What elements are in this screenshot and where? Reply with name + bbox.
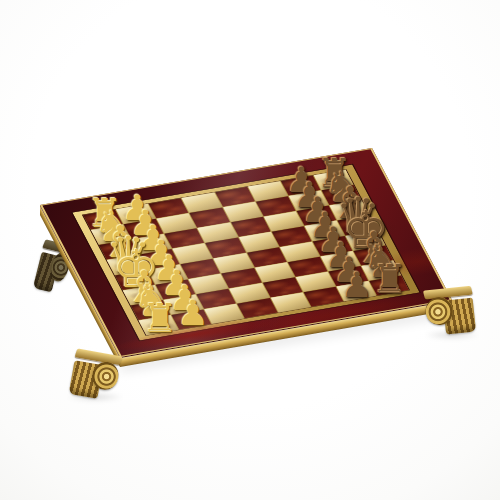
piece-white-rook-h1: ♜ bbox=[142, 298, 178, 338]
piece-white-pawn-h2: ♟ bbox=[177, 296, 208, 331]
piece-black-pawn-h7: ♟ bbox=[341, 268, 372, 303]
pieces-layer: ♜♞♝♛♚♝♞♜♟♟♟♟♟♟♟♟♟♟♟♟♟♟♟♟♜♞♝♛♚♝♞♜ bbox=[0, 0, 500, 500]
piece-black-rook-h8: ♜ bbox=[372, 258, 408, 298]
product-photo[interactable]: Product photo of a luxury metal chess se… bbox=[0, 0, 500, 500]
